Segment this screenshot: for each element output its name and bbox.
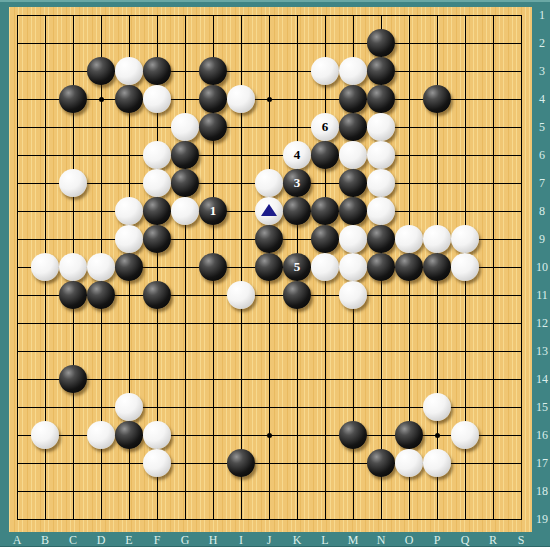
- stone-black-l9: [311, 225, 339, 253]
- stone-white-n8: [367, 197, 395, 225]
- col-label-q: Q: [457, 533, 473, 547]
- row-label-19: 19: [534, 511, 550, 527]
- move-number-5: 5: [283, 253, 311, 281]
- stone-black-n9: [367, 225, 395, 253]
- stone-white-b10: [31, 253, 59, 281]
- grid-line-vertical: [521, 15, 522, 520]
- stone-black-k11: [283, 281, 311, 309]
- row-label-16: 16: [534, 427, 550, 443]
- stone-white-f6: [143, 141, 171, 169]
- row-label-17: 17: [534, 455, 550, 471]
- stone-white-m11: [339, 281, 367, 309]
- stone-white-c10: [59, 253, 87, 281]
- move-number-6: 6: [311, 113, 339, 141]
- col-label-g: G: [177, 533, 193, 547]
- stone-white-m3: [339, 57, 367, 85]
- stone-black-n4: [367, 85, 395, 113]
- stone-black-e10: [115, 253, 143, 281]
- row-label-8: 8: [534, 203, 550, 219]
- stone-black-e4: [115, 85, 143, 113]
- stone-black-n17: [367, 449, 395, 477]
- star-point-j4: [267, 97, 272, 102]
- stone-black-c14: [59, 365, 87, 393]
- stone-white-e8: [115, 197, 143, 225]
- col-label-i: I: [233, 533, 249, 547]
- row-label-12: 12: [534, 315, 550, 331]
- stone-white-n6: [367, 141, 395, 169]
- grid-line-horizontal: [17, 351, 522, 352]
- stone-white-b16: [31, 421, 59, 449]
- stone-white-o17: [395, 449, 423, 477]
- board-surface[interactable]: 13456: [9, 7, 532, 532]
- row-label-13: 13: [534, 343, 550, 359]
- grid-line-horizontal: [17, 491, 522, 492]
- stone-black-m8: [339, 197, 367, 225]
- row-label-14: 14: [534, 371, 550, 387]
- star-point-j16: [267, 433, 272, 438]
- row-label-5: 5: [534, 119, 550, 135]
- stone-black-o10: [395, 253, 423, 281]
- row-label-2: 2: [534, 35, 550, 51]
- stone-black-c4: [59, 85, 87, 113]
- col-label-h: H: [205, 533, 221, 547]
- stone-black-l6: [311, 141, 339, 169]
- stone-black-m16: [339, 421, 367, 449]
- stone-black-d3: [87, 57, 115, 85]
- stone-white-g5: [171, 113, 199, 141]
- row-label-9: 9: [534, 231, 550, 247]
- stone-black-n10: [367, 253, 395, 281]
- grid-line-horizontal: [17, 323, 522, 324]
- stone-white-n7: [367, 169, 395, 197]
- stone-white-q10: [451, 253, 479, 281]
- stone-black-k8: [283, 197, 311, 225]
- col-label-b: B: [37, 533, 53, 547]
- stone-black-g7: [171, 169, 199, 197]
- stone-black-f11: [143, 281, 171, 309]
- stone-white-f16: [143, 421, 171, 449]
- stone-white-j7: [255, 169, 283, 197]
- stone-white-i11: [227, 281, 255, 309]
- col-label-e: E: [121, 533, 137, 547]
- stone-black-d11: [87, 281, 115, 309]
- stone-white-d16: [87, 421, 115, 449]
- right-coordinates: 12345678910111213141516171819: [534, 0, 550, 547]
- grid-line-horizontal: [17, 519, 522, 520]
- col-label-d: D: [93, 533, 109, 547]
- bottom-coordinates: ABCDEFGHIJKLMNOPQRS: [0, 533, 550, 547]
- stone-black-j9: [255, 225, 283, 253]
- stone-black-l8: [311, 197, 339, 225]
- stone-black-h5: [199, 113, 227, 141]
- row-label-3: 3: [534, 63, 550, 79]
- row-label-10: 10: [534, 259, 550, 275]
- col-label-j: J: [261, 533, 277, 547]
- stone-white-n5: [367, 113, 395, 141]
- frame-top-highlight: [0, 0, 550, 2]
- stone-black-f9: [143, 225, 171, 253]
- stone-black-j10: [255, 253, 283, 281]
- row-label-7: 7: [534, 175, 550, 191]
- stone-black-p4: [423, 85, 451, 113]
- stone-white-d10: [87, 253, 115, 281]
- triangle-marker: [261, 204, 277, 216]
- stone-white-f17: [143, 449, 171, 477]
- go-app-window: 13456 ABCDEFGHIJKLMNOPQRS 12345678910111…: [0, 0, 550, 547]
- stone-white-p15: [423, 393, 451, 421]
- row-label-6: 6: [534, 147, 550, 163]
- stone-white-p17: [423, 449, 451, 477]
- col-label-o: O: [401, 533, 417, 547]
- stone-black-i17: [227, 449, 255, 477]
- stone-black-c11: [59, 281, 87, 309]
- stone-white-m9: [339, 225, 367, 253]
- stone-white-g8: [171, 197, 199, 225]
- col-label-p: P: [429, 533, 445, 547]
- stone-black-h3: [199, 57, 227, 85]
- stone-white-c7: [59, 169, 87, 197]
- col-label-k: K: [289, 533, 305, 547]
- stone-black-o16: [395, 421, 423, 449]
- col-label-c: C: [65, 533, 81, 547]
- row-label-1: 1: [534, 7, 550, 23]
- stone-white-l10: [311, 253, 339, 281]
- stone-black-h10: [199, 253, 227, 281]
- move-number-1: 1: [199, 197, 227, 225]
- row-label-18: 18: [534, 483, 550, 499]
- stone-white-o9: [395, 225, 423, 253]
- stone-black-p10: [423, 253, 451, 281]
- stone-white-m6: [339, 141, 367, 169]
- stone-white-f4: [143, 85, 171, 113]
- move-number-3: 3: [283, 169, 311, 197]
- stone-white-l3: [311, 57, 339, 85]
- col-label-s: S: [513, 533, 529, 547]
- stone-white-e9: [115, 225, 143, 253]
- stone-black-f3: [143, 57, 171, 85]
- stone-black-g6: [171, 141, 199, 169]
- stone-black-e16: [115, 421, 143, 449]
- stone-white-q9: [451, 225, 479, 253]
- stone-black-m5: [339, 113, 367, 141]
- stone-black-h4: [199, 85, 227, 113]
- col-label-n: N: [373, 533, 389, 547]
- stone-white-e3: [115, 57, 143, 85]
- stone-white-f7: [143, 169, 171, 197]
- stone-white-p9: [423, 225, 451, 253]
- col-label-r: R: [485, 533, 501, 547]
- stone-white-q16: [451, 421, 479, 449]
- stone-black-n2: [367, 29, 395, 57]
- grid-line-vertical: [493, 15, 494, 520]
- grid-line-horizontal: [17, 379, 522, 380]
- row-label-15: 15: [534, 399, 550, 415]
- star-point-p16: [435, 433, 440, 438]
- stone-black-m4: [339, 85, 367, 113]
- row-label-11: 11: [534, 287, 550, 303]
- col-label-f: F: [149, 533, 165, 547]
- stone-black-f8: [143, 197, 171, 225]
- stone-white-m10: [339, 253, 367, 281]
- stone-white-i4: [227, 85, 255, 113]
- col-label-a: A: [9, 533, 25, 547]
- star-point-d4: [99, 97, 104, 102]
- move-number-4: 4: [283, 141, 311, 169]
- col-label-l: L: [317, 533, 333, 547]
- stone-black-m7: [339, 169, 367, 197]
- stone-white-e15: [115, 393, 143, 421]
- col-label-m: M: [345, 533, 361, 547]
- stone-black-n3: [367, 57, 395, 85]
- row-label-4: 4: [534, 91, 550, 107]
